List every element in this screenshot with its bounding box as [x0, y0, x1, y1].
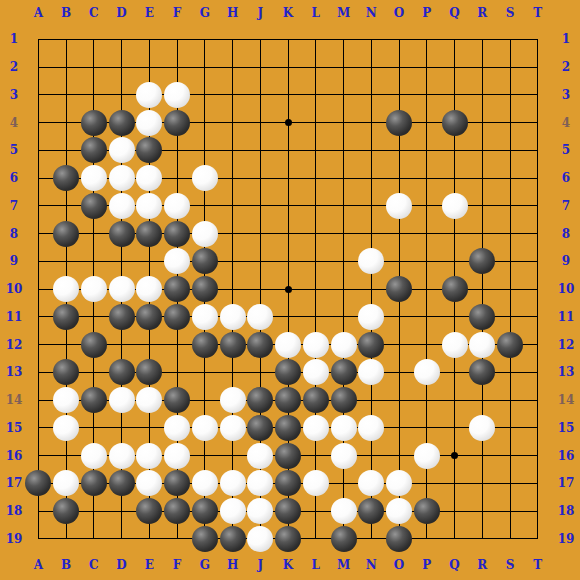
- intersection-A9[interactable]: [24, 247, 52, 275]
- intersection-S9[interactable]: [496, 247, 524, 275]
- intersection-D12[interactable]: [108, 331, 136, 359]
- intersection-T8[interactable]: [524, 220, 552, 248]
- intersection-F16[interactable]: [163, 442, 191, 470]
- intersection-F8[interactable]: [163, 220, 191, 248]
- intersection-Q6[interactable]: [441, 164, 469, 192]
- intersection-O18[interactable]: [385, 497, 413, 525]
- intersection-C16[interactable]: [80, 442, 108, 470]
- intersection-K11[interactable]: [274, 303, 302, 331]
- intersection-M15[interactable]: [330, 414, 358, 442]
- intersection-L12[interactable]: [302, 331, 330, 359]
- intersection-J10[interactable]: [246, 275, 274, 303]
- intersection-J8[interactable]: [246, 220, 274, 248]
- intersection-M2[interactable]: [330, 53, 358, 81]
- intersection-B16[interactable]: [52, 442, 80, 470]
- intersection-K7[interactable]: [274, 192, 302, 220]
- intersection-J12[interactable]: [246, 331, 274, 359]
- intersection-A4[interactable]: [24, 109, 52, 137]
- intersection-A17[interactable]: [24, 469, 52, 497]
- intersection-F2[interactable]: [163, 53, 191, 81]
- intersection-B8[interactable]: [52, 220, 80, 248]
- intersection-A1[interactable]: [24, 25, 52, 53]
- intersection-H19[interactable]: [219, 525, 247, 553]
- intersection-T15[interactable]: [524, 414, 552, 442]
- intersection-N5[interactable]: [357, 136, 385, 164]
- intersection-J18[interactable]: [246, 497, 274, 525]
- intersection-G2[interactable]: [191, 53, 219, 81]
- intersection-D17[interactable]: [108, 469, 136, 497]
- intersection-H8[interactable]: [219, 220, 247, 248]
- intersection-G14[interactable]: [191, 386, 219, 414]
- intersection-S17[interactable]: [496, 469, 524, 497]
- intersection-B9[interactable]: [52, 247, 80, 275]
- intersection-B13[interactable]: [52, 358, 80, 386]
- intersection-E3[interactable]: [135, 81, 163, 109]
- intersection-M9[interactable]: [330, 247, 358, 275]
- intersection-O17[interactable]: [385, 469, 413, 497]
- intersection-Q9[interactable]: [441, 247, 469, 275]
- intersection-Q14[interactable]: [441, 386, 469, 414]
- intersection-N12[interactable]: [357, 331, 385, 359]
- intersection-L17[interactable]: [302, 469, 330, 497]
- intersection-O10[interactable]: [385, 275, 413, 303]
- intersection-E8[interactable]: [135, 220, 163, 248]
- intersection-R16[interactable]: [468, 442, 496, 470]
- intersection-A5[interactable]: [24, 136, 52, 164]
- intersection-D6[interactable]: [108, 164, 136, 192]
- intersection-O12[interactable]: [385, 331, 413, 359]
- intersection-O9[interactable]: [385, 247, 413, 275]
- intersection-P14[interactable]: [413, 386, 441, 414]
- intersection-C14[interactable]: [80, 386, 108, 414]
- intersection-P6[interactable]: [413, 164, 441, 192]
- intersection-F17[interactable]: [163, 469, 191, 497]
- intersection-H6[interactable]: [219, 164, 247, 192]
- intersection-A11[interactable]: [24, 303, 52, 331]
- intersection-C17[interactable]: [80, 469, 108, 497]
- intersection-O19[interactable]: [385, 525, 413, 553]
- intersection-Q17[interactable]: [441, 469, 469, 497]
- intersection-O16[interactable]: [385, 442, 413, 470]
- intersection-R2[interactable]: [468, 53, 496, 81]
- intersection-J7[interactable]: [246, 192, 274, 220]
- intersection-F6[interactable]: [163, 164, 191, 192]
- intersection-K4[interactable]: [274, 109, 302, 137]
- intersection-N14[interactable]: [357, 386, 385, 414]
- intersection-N10[interactable]: [357, 275, 385, 303]
- intersection-T11[interactable]: [524, 303, 552, 331]
- intersection-M3[interactable]: [330, 81, 358, 109]
- intersection-H3[interactable]: [219, 81, 247, 109]
- intersection-O5[interactable]: [385, 136, 413, 164]
- intersection-N17[interactable]: [357, 469, 385, 497]
- intersection-H16[interactable]: [219, 442, 247, 470]
- intersection-H18[interactable]: [219, 497, 247, 525]
- intersection-K17[interactable]: [274, 469, 302, 497]
- intersection-K15[interactable]: [274, 414, 302, 442]
- intersection-F7[interactable]: [163, 192, 191, 220]
- intersection-S16[interactable]: [496, 442, 524, 470]
- intersection-S15[interactable]: [496, 414, 524, 442]
- intersection-G10[interactable]: [191, 275, 219, 303]
- intersection-B17[interactable]: [52, 469, 80, 497]
- intersection-R12[interactable]: [468, 331, 496, 359]
- intersection-N13[interactable]: [357, 358, 385, 386]
- intersection-H11[interactable]: [219, 303, 247, 331]
- intersection-A14[interactable]: [24, 386, 52, 414]
- intersection-K18[interactable]: [274, 497, 302, 525]
- intersection-K1[interactable]: [274, 25, 302, 53]
- intersection-R19[interactable]: [468, 525, 496, 553]
- intersection-E1[interactable]: [135, 25, 163, 53]
- intersection-M18[interactable]: [330, 497, 358, 525]
- intersection-P2[interactable]: [413, 53, 441, 81]
- intersection-A16[interactable]: [24, 442, 52, 470]
- intersection-O4[interactable]: [385, 109, 413, 137]
- intersection-L16[interactable]: [302, 442, 330, 470]
- intersection-E9[interactable]: [135, 247, 163, 275]
- intersection-F14[interactable]: [163, 386, 191, 414]
- intersection-S1[interactable]: [496, 25, 524, 53]
- intersection-S14[interactable]: [496, 386, 524, 414]
- intersection-P17[interactable]: [413, 469, 441, 497]
- intersection-M10[interactable]: [330, 275, 358, 303]
- intersection-F5[interactable]: [163, 136, 191, 164]
- intersection-R14[interactable]: [468, 386, 496, 414]
- intersection-C18[interactable]: [80, 497, 108, 525]
- intersection-C11[interactable]: [80, 303, 108, 331]
- intersection-J9[interactable]: [246, 247, 274, 275]
- intersection-D18[interactable]: [108, 497, 136, 525]
- intersection-T5[interactable]: [524, 136, 552, 164]
- intersection-L10[interactable]: [302, 275, 330, 303]
- intersection-J3[interactable]: [246, 81, 274, 109]
- intersection-M1[interactable]: [330, 25, 358, 53]
- intersection-Q3[interactable]: [441, 81, 469, 109]
- intersection-F3[interactable]: [163, 81, 191, 109]
- intersection-O14[interactable]: [385, 386, 413, 414]
- intersection-Q15[interactable]: [441, 414, 469, 442]
- intersection-L5[interactable]: [302, 136, 330, 164]
- intersection-T7[interactable]: [524, 192, 552, 220]
- intersection-E18[interactable]: [135, 497, 163, 525]
- intersection-T12[interactable]: [524, 331, 552, 359]
- intersection-D8[interactable]: [108, 220, 136, 248]
- intersection-L1[interactable]: [302, 25, 330, 53]
- intersection-H15[interactable]: [219, 414, 247, 442]
- intersection-S10[interactable]: [496, 275, 524, 303]
- intersection-H9[interactable]: [219, 247, 247, 275]
- intersection-F13[interactable]: [163, 358, 191, 386]
- intersection-L19[interactable]: [302, 525, 330, 553]
- intersection-E10[interactable]: [135, 275, 163, 303]
- intersection-J15[interactable]: [246, 414, 274, 442]
- intersection-R15[interactable]: [468, 414, 496, 442]
- intersection-A6[interactable]: [24, 164, 52, 192]
- intersection-P4[interactable]: [413, 109, 441, 137]
- intersection-P3[interactable]: [413, 81, 441, 109]
- intersection-C7[interactable]: [80, 192, 108, 220]
- intersection-J16[interactable]: [246, 442, 274, 470]
- intersection-A2[interactable]: [24, 53, 52, 81]
- intersection-C19[interactable]: [80, 525, 108, 553]
- intersection-H12[interactable]: [219, 331, 247, 359]
- intersection-G1[interactable]: [191, 25, 219, 53]
- intersection-P12[interactable]: [413, 331, 441, 359]
- intersection-L7[interactable]: [302, 192, 330, 220]
- intersection-E15[interactable]: [135, 414, 163, 442]
- intersection-Q5[interactable]: [441, 136, 469, 164]
- intersection-M14[interactable]: [330, 386, 358, 414]
- intersection-E6[interactable]: [135, 164, 163, 192]
- intersection-K9[interactable]: [274, 247, 302, 275]
- intersection-A13[interactable]: [24, 358, 52, 386]
- intersection-S6[interactable]: [496, 164, 524, 192]
- intersection-L3[interactable]: [302, 81, 330, 109]
- intersection-T19[interactable]: [524, 525, 552, 553]
- intersection-D16[interactable]: [108, 442, 136, 470]
- intersection-T9[interactable]: [524, 247, 552, 275]
- intersection-H13[interactable]: [219, 358, 247, 386]
- intersection-S11[interactable]: [496, 303, 524, 331]
- intersection-A18[interactable]: [24, 497, 52, 525]
- intersection-R5[interactable]: [468, 136, 496, 164]
- intersection-H1[interactable]: [219, 25, 247, 53]
- intersection-E13[interactable]: [135, 358, 163, 386]
- intersection-T1[interactable]: [524, 25, 552, 53]
- intersection-N6[interactable]: [357, 164, 385, 192]
- intersection-L18[interactable]: [302, 497, 330, 525]
- intersection-C6[interactable]: [80, 164, 108, 192]
- intersection-B2[interactable]: [52, 53, 80, 81]
- intersection-G4[interactable]: [191, 109, 219, 137]
- intersection-F1[interactable]: [163, 25, 191, 53]
- intersection-F10[interactable]: [163, 275, 191, 303]
- intersection-N19[interactable]: [357, 525, 385, 553]
- intersection-Q2[interactable]: [441, 53, 469, 81]
- intersection-Q1[interactable]: [441, 25, 469, 53]
- intersection-B5[interactable]: [52, 136, 80, 164]
- intersection-E5[interactable]: [135, 136, 163, 164]
- intersection-O13[interactable]: [385, 358, 413, 386]
- intersection-S4[interactable]: [496, 109, 524, 137]
- intersection-G13[interactable]: [191, 358, 219, 386]
- intersection-D13[interactable]: [108, 358, 136, 386]
- intersection-P8[interactable]: [413, 220, 441, 248]
- intersection-C9[interactable]: [80, 247, 108, 275]
- intersection-O8[interactable]: [385, 220, 413, 248]
- intersection-E19[interactable]: [135, 525, 163, 553]
- intersection-T13[interactable]: [524, 358, 552, 386]
- intersection-K16[interactable]: [274, 442, 302, 470]
- intersection-A8[interactable]: [24, 220, 52, 248]
- intersection-E7[interactable]: [135, 192, 163, 220]
- intersection-T2[interactable]: [524, 53, 552, 81]
- intersection-M7[interactable]: [330, 192, 358, 220]
- intersection-N16[interactable]: [357, 442, 385, 470]
- intersection-S13[interactable]: [496, 358, 524, 386]
- intersection-O7[interactable]: [385, 192, 413, 220]
- intersection-E17[interactable]: [135, 469, 163, 497]
- intersection-N7[interactable]: [357, 192, 385, 220]
- intersection-R18[interactable]: [468, 497, 496, 525]
- intersection-F18[interactable]: [163, 497, 191, 525]
- intersection-H10[interactable]: [219, 275, 247, 303]
- intersection-M11[interactable]: [330, 303, 358, 331]
- intersection-K13[interactable]: [274, 358, 302, 386]
- intersection-G17[interactable]: [191, 469, 219, 497]
- intersection-J14[interactable]: [246, 386, 274, 414]
- intersection-Q8[interactable]: [441, 220, 469, 248]
- intersection-O15[interactable]: [385, 414, 413, 442]
- intersection-T3[interactable]: [524, 81, 552, 109]
- intersection-J5[interactable]: [246, 136, 274, 164]
- intersection-B18[interactable]: [52, 497, 80, 525]
- intersection-R10[interactable]: [468, 275, 496, 303]
- intersection-G15[interactable]: [191, 414, 219, 442]
- intersection-D15[interactable]: [108, 414, 136, 442]
- intersection-C5[interactable]: [80, 136, 108, 164]
- intersection-D11[interactable]: [108, 303, 136, 331]
- intersection-G6[interactable]: [191, 164, 219, 192]
- intersection-P16[interactable]: [413, 442, 441, 470]
- intersection-B15[interactable]: [52, 414, 80, 442]
- intersection-Q10[interactable]: [441, 275, 469, 303]
- intersection-S18[interactable]: [496, 497, 524, 525]
- intersection-T17[interactable]: [524, 469, 552, 497]
- intersection-P1[interactable]: [413, 25, 441, 53]
- intersection-B1[interactable]: [52, 25, 80, 53]
- intersection-J17[interactable]: [246, 469, 274, 497]
- intersection-G7[interactable]: [191, 192, 219, 220]
- intersection-J1[interactable]: [246, 25, 274, 53]
- intersection-A12[interactable]: [24, 331, 52, 359]
- intersection-L14[interactable]: [302, 386, 330, 414]
- intersection-F15[interactable]: [163, 414, 191, 442]
- intersection-E4[interactable]: [135, 109, 163, 137]
- intersection-M19[interactable]: [330, 525, 358, 553]
- intersection-H2[interactable]: [219, 53, 247, 81]
- intersection-R6[interactable]: [468, 164, 496, 192]
- intersection-E11[interactable]: [135, 303, 163, 331]
- intersection-L6[interactable]: [302, 164, 330, 192]
- intersection-P5[interactable]: [413, 136, 441, 164]
- intersection-S7[interactable]: [496, 192, 524, 220]
- intersection-B3[interactable]: [52, 81, 80, 109]
- intersection-Q16[interactable]: [441, 442, 469, 470]
- intersection-Q11[interactable]: [441, 303, 469, 331]
- intersection-N11[interactable]: [357, 303, 385, 331]
- intersection-B14[interactable]: [52, 386, 80, 414]
- intersection-G3[interactable]: [191, 81, 219, 109]
- intersection-E14[interactable]: [135, 386, 163, 414]
- intersection-J13[interactable]: [246, 358, 274, 386]
- intersection-G16[interactable]: [191, 442, 219, 470]
- intersection-D19[interactable]: [108, 525, 136, 553]
- intersection-A10[interactable]: [24, 275, 52, 303]
- intersection-H4[interactable]: [219, 109, 247, 137]
- intersection-C15[interactable]: [80, 414, 108, 442]
- intersection-E2[interactable]: [135, 53, 163, 81]
- intersection-N8[interactable]: [357, 220, 385, 248]
- intersection-Q13[interactable]: [441, 358, 469, 386]
- intersection-T14[interactable]: [524, 386, 552, 414]
- intersection-G5[interactable]: [191, 136, 219, 164]
- intersection-A3[interactable]: [24, 81, 52, 109]
- intersection-R9[interactable]: [468, 247, 496, 275]
- intersection-A15[interactable]: [24, 414, 52, 442]
- intersection-N18[interactable]: [357, 497, 385, 525]
- intersection-P9[interactable]: [413, 247, 441, 275]
- intersection-B7[interactable]: [52, 192, 80, 220]
- intersection-A19[interactable]: [24, 525, 52, 553]
- intersection-T6[interactable]: [524, 164, 552, 192]
- intersection-S19[interactable]: [496, 525, 524, 553]
- intersection-Q4[interactable]: [441, 109, 469, 137]
- intersection-O11[interactable]: [385, 303, 413, 331]
- intersection-G19[interactable]: [191, 525, 219, 553]
- intersection-R13[interactable]: [468, 358, 496, 386]
- intersection-N9[interactable]: [357, 247, 385, 275]
- intersection-G18[interactable]: [191, 497, 219, 525]
- intersection-B19[interactable]: [52, 525, 80, 553]
- intersection-D10[interactable]: [108, 275, 136, 303]
- intersection-K8[interactable]: [274, 220, 302, 248]
- intersection-T16[interactable]: [524, 442, 552, 470]
- intersection-R3[interactable]: [468, 81, 496, 109]
- intersection-M17[interactable]: [330, 469, 358, 497]
- intersection-H7[interactable]: [219, 192, 247, 220]
- intersection-C1[interactable]: [80, 25, 108, 53]
- intersection-M12[interactable]: [330, 331, 358, 359]
- intersection-L2[interactable]: [302, 53, 330, 81]
- intersection-P19[interactable]: [413, 525, 441, 553]
- intersection-P13[interactable]: [413, 358, 441, 386]
- intersection-K14[interactable]: [274, 386, 302, 414]
- intersection-B12[interactable]: [52, 331, 80, 359]
- intersection-J19[interactable]: [246, 525, 274, 553]
- intersection-C13[interactable]: [80, 358, 108, 386]
- intersection-G12[interactable]: [191, 331, 219, 359]
- intersection-S5[interactable]: [496, 136, 524, 164]
- intersection-S12[interactable]: [496, 331, 524, 359]
- intersection-S3[interactable]: [496, 81, 524, 109]
- intersection-T4[interactable]: [524, 109, 552, 137]
- intersection-D1[interactable]: [108, 25, 136, 53]
- intersection-O6[interactable]: [385, 164, 413, 192]
- intersection-F19[interactable]: [163, 525, 191, 553]
- intersection-T10[interactable]: [524, 275, 552, 303]
- intersection-P7[interactable]: [413, 192, 441, 220]
- intersection-L13[interactable]: [302, 358, 330, 386]
- intersection-N4[interactable]: [357, 109, 385, 137]
- intersection-L15[interactable]: [302, 414, 330, 442]
- intersection-J11[interactable]: [246, 303, 274, 331]
- intersection-M8[interactable]: [330, 220, 358, 248]
- intersection-F11[interactable]: [163, 303, 191, 331]
- intersection-R7[interactable]: [468, 192, 496, 220]
- intersection-H17[interactable]: [219, 469, 247, 497]
- intersection-J6[interactable]: [246, 164, 274, 192]
- intersection-M4[interactable]: [330, 109, 358, 137]
- intersection-D7[interactable]: [108, 192, 136, 220]
- intersection-G11[interactable]: [191, 303, 219, 331]
- intersection-R11[interactable]: [468, 303, 496, 331]
- intersection-C4[interactable]: [80, 109, 108, 137]
- intersection-P10[interactable]: [413, 275, 441, 303]
- intersection-C2[interactable]: [80, 53, 108, 81]
- intersection-K3[interactable]: [274, 81, 302, 109]
